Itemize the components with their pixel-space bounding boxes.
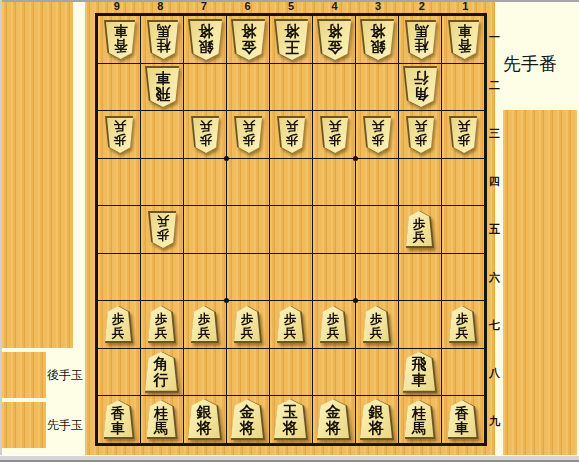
square-6-6[interactable] [227, 254, 269, 301]
square-4-6[interactable] [313, 254, 355, 301]
gote-pawn[interactable]: 歩兵 [363, 116, 391, 153]
square-7-3[interactable]: 歩兵 [184, 111, 226, 158]
gote-gold[interactable]: 金将 [317, 19, 351, 60]
hoshi-dot [353, 298, 358, 303]
square-9-1[interactable]: 香車 [98, 16, 140, 63]
square-6-5[interactable] [227, 206, 269, 253]
sente-king[interactable]: 玉将 [274, 399, 308, 440]
sente-bishop[interactable]: 角行 [145, 352, 179, 393]
square-4-2[interactable] [313, 64, 355, 111]
square-6-4[interactable] [227, 159, 269, 206]
gote-king-label: 後手玉 [47, 352, 85, 398]
rank-label-5: 五 [489, 205, 500, 253]
square-5-5[interactable] [270, 206, 312, 253]
square-5-7[interactable]: 歩兵 [270, 301, 312, 348]
square-9-9[interactable]: 香車 [98, 396, 140, 443]
square-3-8[interactable] [356, 349, 398, 396]
square-5-3[interactable]: 歩兵 [270, 111, 312, 158]
board-grid: 香車桂馬銀将金将王将金将銀将桂馬香車飛車角行歩兵歩兵歩兵歩兵歩兵歩兵歩兵歩兵歩兵… [95, 13, 487, 446]
sente-king-label: 先手玉 [47, 402, 85, 448]
square-7-9[interactable]: 銀将 [184, 396, 226, 443]
square-7-7[interactable]: 歩兵 [184, 301, 226, 348]
square-9-8[interactable] [98, 349, 140, 396]
gote-pawn[interactable]: 歩兵 [277, 116, 305, 153]
square-6-2[interactable] [227, 64, 269, 111]
sente-silver[interactable]: 銀将 [188, 399, 222, 440]
square-9-5[interactable] [98, 206, 140, 253]
square-5-1[interactable]: 王将 [270, 16, 312, 63]
square-6-1[interactable]: 金将 [227, 16, 269, 63]
square-1-3[interactable]: 歩兵 [442, 111, 484, 158]
gote-lance[interactable]: 香車 [104, 20, 135, 59]
rank-label-8: 八 [489, 350, 500, 398]
square-1-6[interactable] [442, 254, 484, 301]
square-3-3[interactable]: 歩兵 [356, 111, 398, 158]
square-3-1[interactable]: 銀将 [356, 16, 398, 63]
square-2-3[interactable]: 歩兵 [399, 111, 441, 158]
gote-lance[interactable]: 香車 [448, 20, 479, 59]
square-9-4[interactable] [98, 159, 140, 206]
sente-pawn[interactable]: 歩兵 [191, 306, 219, 343]
sente-knight[interactable]: 桂馬 [405, 400, 436, 439]
square-4-5[interactable] [313, 206, 355, 253]
square-3-5[interactable] [356, 206, 398, 253]
gote-pawn[interactable]: 歩兵 [406, 116, 434, 153]
square-3-7[interactable]: 歩兵 [356, 301, 398, 348]
square-7-5[interactable] [184, 206, 226, 253]
square-9-7[interactable]: 歩兵 [98, 301, 140, 348]
square-5-4[interactable] [270, 159, 312, 206]
sente-king-panel [2, 402, 46, 448]
sente-knight[interactable]: 桂馬 [147, 400, 178, 439]
square-2-4[interactable] [399, 159, 441, 206]
sente-pawn[interactable]: 歩兵 [363, 306, 391, 343]
square-7-8[interactable] [184, 349, 226, 396]
hoshi-dot [224, 156, 229, 161]
square-8-5[interactable]: 歩兵 [141, 206, 183, 253]
gote-pawn[interactable]: 歩兵 [234, 116, 262, 153]
rank-label-4: 四 [489, 157, 500, 205]
sente-komadai-panel [503, 110, 577, 455]
square-7-4[interactable] [184, 159, 226, 206]
gote-pawn[interactable]: 歩兵 [105, 116, 133, 153]
square-4-1[interactable]: 金将 [313, 16, 355, 63]
square-8-9[interactable]: 桂馬 [141, 396, 183, 443]
gote-knight[interactable]: 桂馬 [405, 20, 436, 59]
square-2-6[interactable] [399, 254, 441, 301]
rank-label-7: 七 [489, 302, 500, 350]
square-6-7[interactable]: 歩兵 [227, 301, 269, 348]
square-7-1[interactable]: 銀将 [184, 16, 226, 63]
square-4-8[interactable] [313, 349, 355, 396]
square-1-7[interactable]: 歩兵 [442, 301, 484, 348]
square-2-8[interactable]: 飛車 [399, 349, 441, 396]
square-2-5[interactable]: 歩兵 [399, 206, 441, 253]
rank-labels: 一二三四五六七八九 [489, 13, 500, 446]
rank-label-2: 二 [489, 61, 500, 109]
turn-indicator: 先手番 [503, 52, 577, 76]
square-1-9[interactable]: 香車 [442, 396, 484, 443]
square-7-6[interactable] [184, 254, 226, 301]
square-5-9[interactable]: 玉将 [270, 396, 312, 443]
sente-pawn[interactable]: 歩兵 [277, 306, 305, 343]
gote-pawn[interactable]: 歩兵 [449, 116, 477, 153]
square-9-6[interactable] [98, 254, 140, 301]
window-top-border [0, 0, 579, 2]
hoshi-dot [353, 156, 358, 161]
square-1-4[interactable] [442, 159, 484, 206]
sente-lance[interactable]: 香車 [448, 400, 479, 439]
rank-label-6: 六 [489, 254, 500, 302]
square-8-1[interactable]: 桂馬 [141, 16, 183, 63]
square-2-9[interactable]: 桂馬 [399, 396, 441, 443]
square-3-9[interactable]: 銀将 [356, 396, 398, 443]
sente-silver[interactable]: 銀将 [360, 399, 394, 440]
window-left-border [0, 0, 2, 462]
square-8-8[interactable]: 角行 [141, 349, 183, 396]
gote-knight[interactable]: 桂馬 [147, 20, 178, 59]
square-8-2[interactable]: 飛車 [141, 64, 183, 111]
gote-king[interactable]: 王将 [274, 19, 308, 60]
sente-rook[interactable]: 飛車 [403, 352, 437, 393]
square-2-2[interactable]: 角行 [399, 64, 441, 111]
square-6-9[interactable]: 金将 [227, 396, 269, 443]
gote-rook[interactable]: 飛車 [145, 66, 179, 107]
square-5-6[interactable] [270, 254, 312, 301]
sente-pawn[interactable]: 歩兵 [320, 306, 348, 343]
square-9-2[interactable] [98, 64, 140, 111]
square-4-9[interactable]: 金将 [313, 396, 355, 443]
square-8-4[interactable] [141, 159, 183, 206]
square-1-8[interactable] [442, 349, 484, 396]
sente-gold[interactable]: 金将 [231, 399, 265, 440]
square-3-4[interactable] [356, 159, 398, 206]
sente-pawn[interactable]: 歩兵 [148, 306, 176, 343]
square-4-7[interactable]: 歩兵 [313, 301, 355, 348]
sente-pawn[interactable]: 歩兵 [406, 211, 434, 248]
rank-label-1: 一 [489, 13, 500, 61]
square-3-6[interactable] [356, 254, 398, 301]
sente-pawn[interactable]: 歩兵 [449, 306, 477, 343]
square-6-3[interactable]: 歩兵 [227, 111, 269, 158]
sente-pawn[interactable]: 歩兵 [234, 306, 262, 343]
hoshi-dot [224, 298, 229, 303]
square-2-7[interactable] [399, 301, 441, 348]
gote-bishop[interactable]: 角行 [403, 66, 437, 107]
gote-pawn[interactable]: 歩兵 [320, 116, 348, 153]
square-4-4[interactable] [313, 159, 355, 206]
sente-gold[interactable]: 金将 [317, 399, 351, 440]
gote-komadai-panel [2, 2, 73, 348]
square-8-3[interactable] [141, 111, 183, 158]
square-1-1[interactable]: 香車 [442, 16, 484, 63]
rank-label-9: 九 [489, 398, 500, 446]
sente-pawn[interactable]: 歩兵 [105, 306, 133, 343]
square-6-8[interactable] [227, 349, 269, 396]
square-1-2[interactable] [442, 64, 484, 111]
shogi-app-window: 後手玉 先手玉 987654321 一二三四五六七八九 香車桂馬銀将金将王将金将… [0, 0, 579, 462]
rank-label-3: 三 [489, 109, 500, 157]
gote-king-panel [2, 352, 46, 398]
square-8-6[interactable] [141, 254, 183, 301]
square-4-3[interactable]: 歩兵 [313, 111, 355, 158]
gote-silver[interactable]: 銀将 [188, 19, 222, 60]
square-5-2[interactable] [270, 64, 312, 111]
square-7-2[interactable] [184, 64, 226, 111]
sente-lance[interactable]: 香車 [104, 400, 135, 439]
square-3-2[interactable] [356, 64, 398, 111]
gote-pawn[interactable]: 歩兵 [148, 211, 176, 248]
square-5-8[interactable] [270, 349, 312, 396]
gote-silver[interactable]: 銀将 [360, 19, 394, 60]
gote-pawn[interactable]: 歩兵 [191, 116, 219, 153]
square-8-7[interactable]: 歩兵 [141, 301, 183, 348]
square-1-5[interactable] [442, 206, 484, 253]
square-9-3[interactable]: 歩兵 [98, 111, 140, 158]
square-2-1[interactable]: 桂馬 [399, 16, 441, 63]
gote-gold[interactable]: 金将 [231, 19, 265, 60]
